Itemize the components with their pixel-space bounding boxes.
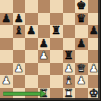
square-b6[interactable]: ♝ [13, 25, 26, 38]
square-f1[interactable]: ♜ [63, 88, 76, 101]
square-g2[interactable]: ♟ [75, 75, 88, 88]
square-f4[interactable]: ♜ [63, 50, 76, 63]
piece-white-pawn-icon[interactable]: ♟ [89, 63, 99, 76]
piece-black-pawn-icon[interactable]: ♟ [26, 25, 36, 38]
square-h8[interactable] [88, 0, 101, 13]
square-b5[interactable] [13, 38, 26, 51]
piece-white-pawn-icon[interactable]: ♟ [39, 50, 49, 63]
square-b2[interactable] [13, 75, 26, 88]
square-h1[interactable]: ♚ [88, 88, 101, 101]
square-c8[interactable] [25, 0, 38, 13]
square-b3[interactable]: ♟ [13, 63, 26, 76]
square-c5[interactable] [25, 38, 38, 51]
piece-black-rook-icon[interactable]: ♜ [64, 50, 74, 63]
square-a7[interactable]: ♟ [0, 13, 13, 26]
square-d2[interactable] [38, 75, 51, 88]
square-g7[interactable]: ♛ [75, 13, 88, 26]
square-e4[interactable] [50, 50, 63, 63]
square-g4[interactable] [75, 50, 88, 63]
piece-black-rook-icon[interactable]: ♜ [51, 25, 61, 38]
square-f2[interactable]: ♝ [63, 75, 76, 88]
square-a3[interactable] [0, 63, 13, 76]
piece-black-pawn-icon[interactable]: ♟ [39, 38, 49, 51]
piece-white-pawn-icon[interactable]: ♟ [64, 63, 74, 76]
square-a1[interactable] [0, 88, 13, 101]
square-h6[interactable]: ♟ [88, 25, 101, 38]
piece-white-rook-icon[interactable]: ♜ [39, 88, 49, 101]
square-h2[interactable] [88, 75, 101, 88]
square-f5[interactable] [63, 38, 76, 51]
square-b8[interactable] [13, 0, 26, 13]
square-d6[interactable] [38, 25, 51, 38]
square-g3[interactable]: ♛ [75, 63, 88, 76]
square-e2[interactable] [50, 75, 63, 88]
square-c7[interactable] [25, 13, 38, 26]
piece-black-pawn-icon[interactable]: ♟ [76, 38, 86, 51]
square-a6[interactable] [0, 25, 13, 38]
square-b7[interactable]: ♟ [13, 13, 26, 26]
square-h4[interactable] [88, 50, 101, 63]
square-a8[interactable] [0, 0, 13, 13]
square-g8[interactable]: ♚ [75, 0, 88, 13]
square-a5[interactable] [0, 38, 13, 51]
square-f8[interactable] [63, 0, 76, 13]
piece-white-pawn-icon[interactable]: ♟ [1, 75, 11, 88]
square-b4[interactable] [13, 50, 26, 63]
square-g5[interactable]: ♟ [75, 38, 88, 51]
square-e7[interactable] [50, 13, 63, 26]
square-g1[interactable] [75, 88, 88, 101]
square-e8[interactable] [50, 0, 63, 13]
piece-black-pawn-icon[interactable]: ♟ [1, 13, 11, 26]
square-c1[interactable] [25, 88, 38, 101]
piece-white-pawn-icon[interactable]: ♟ [76, 75, 86, 88]
square-e3[interactable] [50, 63, 63, 76]
square-a2[interactable]: ♟ [0, 75, 13, 88]
square-f3[interactable]: ♟ [63, 63, 76, 76]
square-d5[interactable]: ♟ [38, 38, 51, 51]
square-d4[interactable]: ♟ [38, 50, 51, 63]
piece-black-queen-icon[interactable]: ♛ [76, 13, 86, 26]
square-c3[interactable] [25, 63, 38, 76]
piece-white-rook-icon[interactable]: ♜ [64, 88, 74, 101]
piece-black-king-icon[interactable]: ♚ [76, 0, 86, 13]
chess-board: ♚♟♟♛♝♟♜♟♟♟♟♜♟♟♛♟♟♝♟♜♜♚ [0, 0, 100, 100]
piece-black-pawn-icon[interactable]: ♟ [89, 25, 99, 38]
square-h7[interactable] [88, 13, 101, 26]
square-d8[interactable] [38, 0, 51, 13]
piece-white-king-icon[interactable]: ♚ [89, 88, 99, 101]
square-d3[interactable] [38, 63, 51, 76]
square-f7[interactable] [63, 13, 76, 26]
piece-white-bishop-icon[interactable]: ♝ [64, 75, 74, 88]
square-c6[interactable]: ♟ [25, 25, 38, 38]
square-e1[interactable] [50, 88, 63, 101]
square-h3[interactable]: ♟ [88, 63, 101, 76]
piece-white-pawn-icon[interactable]: ♟ [14, 63, 24, 76]
square-c2[interactable] [25, 75, 38, 88]
square-g6[interactable] [75, 25, 88, 38]
square-e5[interactable] [50, 38, 63, 51]
square-d7[interactable] [38, 13, 51, 26]
square-c4[interactable] [25, 50, 38, 63]
square-f6[interactable] [63, 25, 76, 38]
piece-black-pawn-icon[interactable]: ♟ [14, 13, 24, 26]
piece-black-bishop-icon[interactable]: ♝ [14, 25, 24, 38]
square-e6[interactable]: ♜ [50, 25, 63, 38]
square-h5[interactable] [88, 38, 101, 51]
square-d1[interactable]: ♜ [38, 88, 51, 101]
square-a4[interactable] [0, 50, 13, 63]
board-grid: ♚♟♟♛♝♟♜♟♟♟♟♜♟♟♛♟♟♝♟♜♜♚ [0, 0, 100, 100]
square-b1[interactable] [13, 88, 26, 101]
piece-white-queen-icon[interactable]: ♛ [76, 63, 86, 76]
